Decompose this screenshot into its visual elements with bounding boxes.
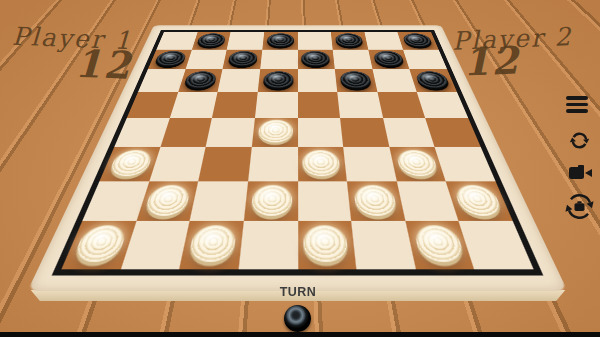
player2-score: 12 <box>462 40 547 81</box>
square-r4c4 <box>298 118 344 147</box>
square-r2c2 <box>218 69 260 91</box>
camera-lens <box>585 169 592 177</box>
white-piece[interactable] <box>304 225 350 262</box>
square-r5c3 <box>248 147 298 181</box>
square-r3c3 <box>255 92 298 118</box>
dark-piece[interactable] <box>339 71 372 88</box>
square-r6c3[interactable] <box>244 181 298 221</box>
square-r2c4 <box>298 69 338 91</box>
square-r1c1 <box>185 49 227 69</box>
square-r7c3 <box>238 221 297 269</box>
square-r0c7[interactable] <box>398 32 439 50</box>
square-r2c1[interactable] <box>178 69 223 91</box>
dark-piece[interactable] <box>262 71 293 88</box>
square-r4c5[interactable] <box>340 118 389 147</box>
square-r5c7 <box>435 147 496 181</box>
camera-knob <box>578 165 584 169</box>
player1-score: 12 <box>35 43 132 85</box>
square-r2c7[interactable] <box>410 69 457 91</box>
square-r5c5 <box>343 147 396 181</box>
white-piece[interactable] <box>395 150 439 176</box>
dark-piece[interactable] <box>266 33 293 47</box>
camera-icon[interactable] <box>569 165 595 181</box>
dark-piece[interactable] <box>335 33 364 47</box>
square-r1c4[interactable] <box>298 49 335 69</box>
menu-icon[interactable] <box>566 96 588 116</box>
white-piece[interactable] <box>453 184 505 215</box>
square-r5c4[interactable] <box>298 147 348 181</box>
square-r1c5 <box>333 49 373 69</box>
square-r7c2[interactable] <box>179 221 243 269</box>
white-piece[interactable] <box>257 120 292 143</box>
dark-piece[interactable] <box>302 51 331 66</box>
dark-piece[interactable] <box>183 71 218 88</box>
square-r6c4 <box>298 181 352 221</box>
dark-piece[interactable] <box>372 51 404 66</box>
bottom-bar <box>0 332 600 337</box>
square-r4c7[interactable] <box>425 118 480 147</box>
square-r4c1[interactable] <box>160 118 212 147</box>
square-r4c3[interactable] <box>252 118 298 147</box>
dark-piece[interactable] <box>153 51 187 66</box>
square-r1c2[interactable] <box>223 49 263 69</box>
square-r5c2[interactable] <box>198 147 251 181</box>
white-piece[interactable] <box>353 184 398 215</box>
square-r0c2 <box>227 32 264 50</box>
square-r0c4 <box>298 32 333 50</box>
square-r0c1[interactable] <box>192 32 231 50</box>
square-r3c7 <box>417 92 468 118</box>
square-r1c3 <box>260 49 297 69</box>
dark-piece[interactable] <box>415 71 451 88</box>
white-piece[interactable] <box>250 184 292 215</box>
square-r7c4[interactable] <box>298 221 357 269</box>
dark-piece[interactable] <box>227 51 258 66</box>
square-r4c2 <box>206 118 255 147</box>
white-piece[interactable] <box>303 150 341 176</box>
turn-piece-dark <box>284 305 311 332</box>
square-r6c5[interactable] <box>347 181 405 221</box>
dark-piece[interactable] <box>196 33 226 47</box>
square-r3c2[interactable] <box>212 92 257 118</box>
square-r3c4[interactable] <box>298 92 341 118</box>
white-piece[interactable] <box>188 225 238 262</box>
dark-piece[interactable] <box>402 33 434 47</box>
white-piece[interactable] <box>144 184 192 215</box>
square-r3c5 <box>337 92 382 118</box>
square-r3c1 <box>170 92 218 118</box>
white-piece[interactable] <box>71 225 129 262</box>
white-piece[interactable] <box>107 150 154 176</box>
game-screen: Player 1 12 Player 2 12 TURN <box>0 0 600 337</box>
white-piece[interactable] <box>412 225 466 262</box>
square-r1c7 <box>403 49 447 69</box>
square-r2c5[interactable] <box>335 69 377 91</box>
square-r6c2 <box>190 181 248 221</box>
switch-camera-icon[interactable] <box>565 192 594 225</box>
turn-label: TURN <box>258 285 338 299</box>
square-r0c3[interactable] <box>262 32 297 50</box>
square-r0c5[interactable] <box>331 32 368 50</box>
square-r5c1 <box>149 147 206 181</box>
restart-icon[interactable] <box>568 129 591 156</box>
square-r2c3[interactable] <box>258 69 298 91</box>
